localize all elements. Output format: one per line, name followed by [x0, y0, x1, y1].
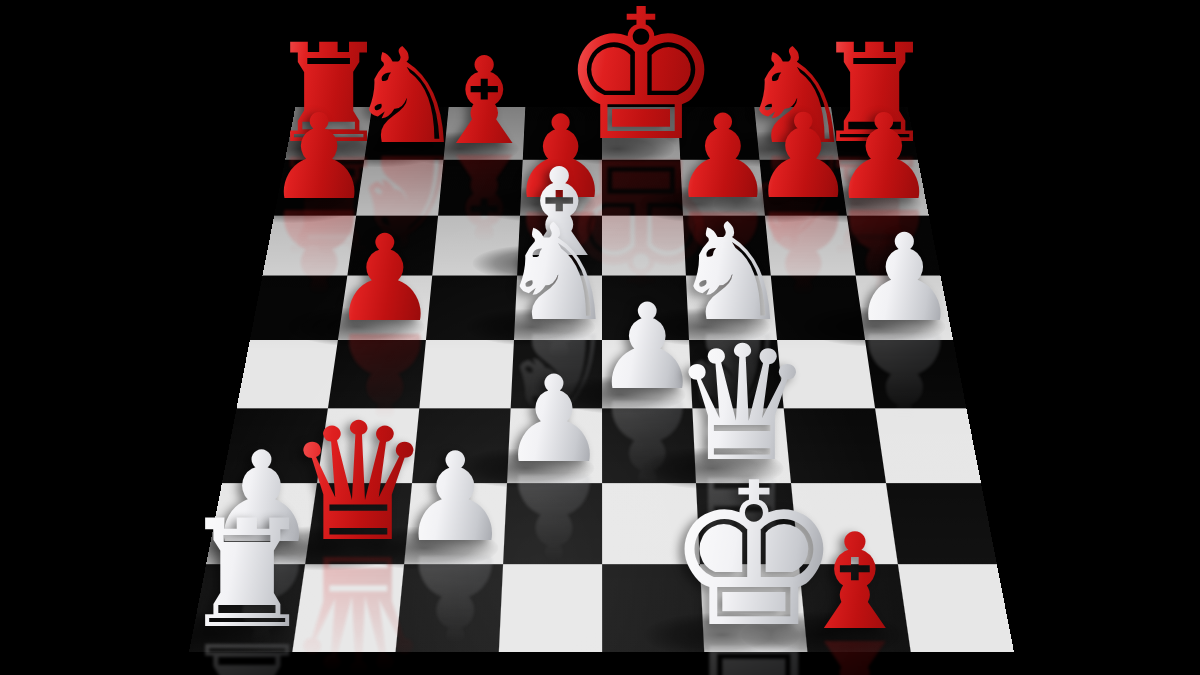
square-h1[interactable] — [898, 564, 1014, 652]
white-rook-a1[interactable]: ♜ — [180, 501, 314, 650]
red-pawn-a7[interactable]: ♟ — [266, 98, 372, 216]
scene-background: ♜♜♞♞♝♝♚♚♞♞♜♜♟♟♟♟♟♟♟♟♟♟♟♟♛♛♝♝♝♝♞♞♞♞♟♟♟♟♟♟… — [0, 0, 1200, 675]
white-king-f1[interactable]: ♚ — [665, 456, 843, 654]
white-pawn-c2[interactable]: ♟ — [400, 438, 510, 561]
white-pawn-d3[interactable]: ♟ — [500, 361, 607, 481]
white-pawn-h5[interactable]: ♟ — [850, 218, 958, 339]
square-d1[interactable] — [498, 564, 601, 652]
red-pawn-b5[interactable]: ♟ — [331, 219, 438, 339]
pieces-layer: ♜♜♞♞♝♝♚♚♞♞♜♜♟♟♟♟♟♟♟♟♟♟♟♟♛♛♝♝♝♝♞♞♞♞♟♟♟♟♟♟… — [0, 0, 1200, 675]
red-pawn-h7[interactable]: ♟ — [831, 98, 937, 216]
